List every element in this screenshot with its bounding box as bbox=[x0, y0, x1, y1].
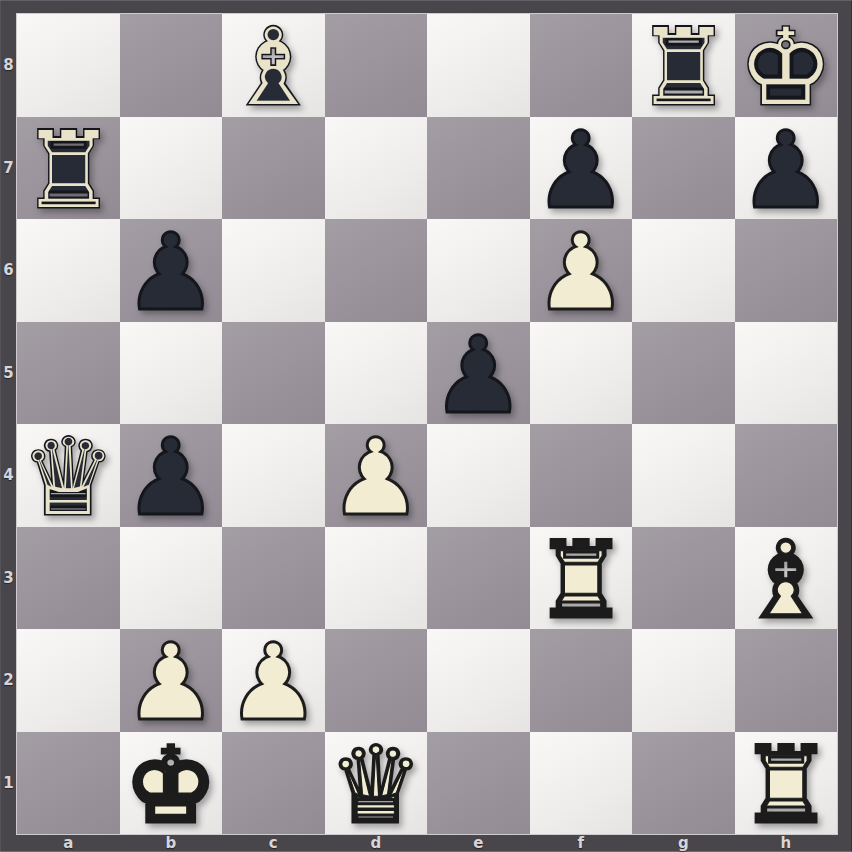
black-pawn: ♟ bbox=[120, 424, 223, 527]
square-g4[interactable] bbox=[632, 424, 735, 527]
white-bishop-glyph: ♝ bbox=[735, 530, 838, 633]
square-e1[interactable] bbox=[427, 732, 530, 835]
black-queen-glyph: ♛ bbox=[17, 427, 120, 530]
square-g1[interactable] bbox=[632, 732, 735, 835]
black-pawn-glyph: ♟ bbox=[120, 427, 223, 530]
square-d5[interactable] bbox=[325, 322, 428, 425]
rank-label-6: 6 bbox=[0, 219, 17, 322]
white-pawn: ♟ bbox=[120, 629, 223, 732]
black-king-glyph: ♚ bbox=[735, 17, 838, 120]
square-b3[interactable] bbox=[120, 527, 223, 630]
black-pawn-glyph: ♟ bbox=[120, 222, 223, 325]
square-a7[interactable]: ♜♖ bbox=[17, 117, 120, 220]
black-pawn: ♟ bbox=[427, 322, 530, 425]
square-c1[interactable] bbox=[222, 732, 325, 835]
square-h5[interactable] bbox=[735, 322, 838, 425]
black-pawn-glyph: ♟ bbox=[735, 120, 838, 223]
white-rook-detail: ♖ bbox=[735, 735, 838, 838]
rank-label-5: 5 bbox=[0, 322, 17, 425]
square-e2[interactable] bbox=[427, 629, 530, 732]
square-b8[interactable] bbox=[120, 14, 223, 117]
white-queen: ♛♕ bbox=[325, 732, 428, 835]
white-king-glyph: ♚ bbox=[120, 735, 223, 838]
square-e6[interactable] bbox=[427, 219, 530, 322]
square-b2[interactable]: ♟ bbox=[120, 629, 223, 732]
square-b6[interactable]: ♟ bbox=[120, 219, 223, 322]
square-g8[interactable]: ♜♖ bbox=[632, 14, 735, 117]
square-e7[interactable] bbox=[427, 117, 530, 220]
square-a2[interactable] bbox=[17, 629, 120, 732]
white-queen-glyph: ♛ bbox=[325, 735, 428, 838]
square-f7[interactable]: ♟ bbox=[530, 117, 633, 220]
black-pawn-glyph: ♟ bbox=[530, 120, 633, 223]
file-label-h: h bbox=[735, 834, 838, 852]
square-c8[interactable]: ♝♗ bbox=[222, 14, 325, 117]
square-c2[interactable]: ♟ bbox=[222, 629, 325, 732]
square-d3[interactable] bbox=[325, 527, 428, 630]
white-rook-glyph: ♜ bbox=[530, 530, 633, 633]
square-f3[interactable]: ♜♖ bbox=[530, 527, 633, 630]
square-a6[interactable] bbox=[17, 219, 120, 322]
square-g7[interactable] bbox=[632, 117, 735, 220]
square-g2[interactable] bbox=[632, 629, 735, 732]
black-rook: ♜♖ bbox=[632, 14, 735, 117]
square-c7[interactable] bbox=[222, 117, 325, 220]
square-b4[interactable]: ♟ bbox=[120, 424, 223, 527]
file-label-d: d bbox=[325, 834, 428, 852]
square-d6[interactable] bbox=[325, 219, 428, 322]
white-king-detail: ♔ bbox=[120, 735, 223, 838]
square-f2[interactable] bbox=[530, 629, 633, 732]
square-d4[interactable]: ♟ bbox=[325, 424, 428, 527]
black-king-detail: ♔ bbox=[735, 17, 838, 120]
rank-label-7: 7 bbox=[0, 117, 17, 220]
file-label-a: a bbox=[17, 834, 120, 852]
black-rook-glyph: ♜ bbox=[17, 120, 120, 223]
white-pawn: ♟ bbox=[222, 629, 325, 732]
black-bishop-glyph: ♝ bbox=[222, 17, 325, 120]
square-d7[interactable] bbox=[325, 117, 428, 220]
square-e4[interactable] bbox=[427, 424, 530, 527]
black-queen: ♛♕ bbox=[17, 424, 120, 527]
rank-label-3: 3 bbox=[0, 527, 17, 630]
square-a8[interactable] bbox=[17, 14, 120, 117]
square-d8[interactable] bbox=[325, 14, 428, 117]
square-a3[interactable] bbox=[17, 527, 120, 630]
white-pawn-glyph: ♟ bbox=[325, 427, 428, 530]
white-pawn-glyph: ♟ bbox=[120, 632, 223, 735]
rank-label-8: 8 bbox=[0, 14, 17, 117]
white-rook-detail: ♖ bbox=[530, 530, 633, 633]
rank-label-4: 4 bbox=[0, 424, 17, 527]
square-c5[interactable] bbox=[222, 322, 325, 425]
square-a4[interactable]: ♛♕ bbox=[17, 424, 120, 527]
square-h2[interactable] bbox=[735, 629, 838, 732]
square-a1[interactable] bbox=[17, 732, 120, 835]
black-pawn: ♟ bbox=[530, 117, 633, 220]
white-bishop: ♝♗ bbox=[735, 527, 838, 630]
chess-board-frame: ♝♗♜♖♚♔♜♖♟♟♟♟♟♛♕♟♟♜♖♝♗♟♟♚♔♛♕♜♖ 87654321ab… bbox=[0, 0, 852, 852]
white-queen-detail: ♕ bbox=[325, 735, 428, 838]
square-h4[interactable] bbox=[735, 424, 838, 527]
rank-label-2: 2 bbox=[0, 629, 17, 732]
square-a5[interactable] bbox=[17, 322, 120, 425]
square-c3[interactable] bbox=[222, 527, 325, 630]
black-rook-detail: ♖ bbox=[17, 120, 120, 223]
white-rook-glyph: ♜ bbox=[735, 735, 838, 838]
square-c4[interactable] bbox=[222, 424, 325, 527]
square-h1[interactable]: ♜♖ bbox=[735, 732, 838, 835]
white-pawn-glyph: ♟ bbox=[530, 222, 633, 325]
file-label-e: e bbox=[427, 834, 530, 852]
square-e3[interactable] bbox=[427, 527, 530, 630]
square-d1[interactable]: ♛♕ bbox=[325, 732, 428, 835]
black-rook: ♜♖ bbox=[17, 117, 120, 220]
square-b5[interactable] bbox=[120, 322, 223, 425]
white-pawn: ♟ bbox=[530, 219, 633, 322]
square-h7[interactable]: ♟ bbox=[735, 117, 838, 220]
rank-label-1: 1 bbox=[0, 732, 17, 835]
file-label-c: c bbox=[222, 834, 325, 852]
black-rook-glyph: ♜ bbox=[632, 17, 735, 120]
square-c6[interactable] bbox=[222, 219, 325, 322]
black-pawn: ♟ bbox=[735, 117, 838, 220]
black-bishop-detail: ♗ bbox=[222, 17, 325, 120]
square-f5[interactable] bbox=[530, 322, 633, 425]
white-bishop-detail: ♗ bbox=[735, 530, 838, 633]
white-pawn: ♟ bbox=[325, 424, 428, 527]
square-h8[interactable]: ♚♔ bbox=[735, 14, 838, 117]
square-d2[interactable] bbox=[325, 629, 428, 732]
white-rook: ♜♖ bbox=[735, 732, 838, 835]
black-bishop: ♝♗ bbox=[222, 14, 325, 117]
file-label-b: b bbox=[120, 834, 223, 852]
square-g6[interactable] bbox=[632, 219, 735, 322]
black-pawn-glyph: ♟ bbox=[427, 325, 530, 428]
square-h3[interactable]: ♝♗ bbox=[735, 527, 838, 630]
square-g5[interactable] bbox=[632, 322, 735, 425]
black-queen-detail: ♕ bbox=[17, 427, 120, 530]
file-label-g: g bbox=[632, 834, 735, 852]
square-f6[interactable]: ♟ bbox=[530, 219, 633, 322]
square-f8[interactable] bbox=[530, 14, 633, 117]
white-rook: ♜♖ bbox=[530, 527, 633, 630]
square-f4[interactable] bbox=[530, 424, 633, 527]
chess-board: ♝♗♜♖♚♔♜♖♟♟♟♟♟♛♕♟♟♜♖♝♗♟♟♚♔♛♕♜♖ bbox=[17, 14, 837, 834]
square-e5[interactable]: ♟ bbox=[427, 322, 530, 425]
white-pawn-glyph: ♟ bbox=[222, 632, 325, 735]
square-f1[interactable] bbox=[530, 732, 633, 835]
square-h6[interactable] bbox=[735, 219, 838, 322]
square-b1[interactable]: ♚♔ bbox=[120, 732, 223, 835]
file-label-f: f bbox=[530, 834, 633, 852]
square-e8[interactable] bbox=[427, 14, 530, 117]
square-g3[interactable] bbox=[632, 527, 735, 630]
black-rook-detail: ♖ bbox=[632, 17, 735, 120]
black-king: ♚♔ bbox=[735, 14, 838, 117]
square-b7[interactable] bbox=[120, 117, 223, 220]
black-pawn: ♟ bbox=[120, 219, 223, 322]
white-king: ♚♔ bbox=[120, 732, 223, 835]
